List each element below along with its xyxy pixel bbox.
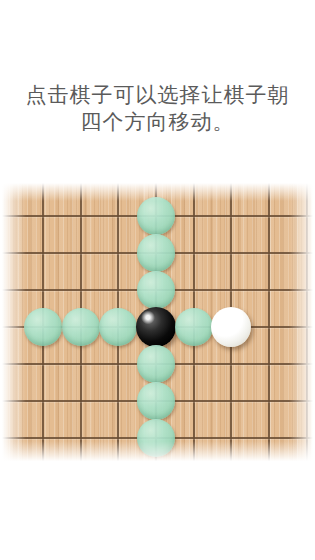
board-fade-left	[0, 183, 26, 463]
tutorial-screen: 点击棋子可以选择让棋子朝 四个方向移动。	[0, 0, 315, 560]
tutorial-instructions: 点击棋子可以选择让棋子朝 四个方向移动。	[0, 81, 315, 135]
move-target-marker[interactable]	[24, 308, 62, 346]
instruction-line-1: 点击棋子可以选择让棋子朝	[26, 83, 290, 106]
grid-vline-6	[268, 183, 270, 463]
move-target-marker[interactable]	[137, 345, 175, 383]
white-stone[interactable]	[211, 307, 251, 347]
move-target-marker[interactable]	[99, 308, 137, 346]
black-stone[interactable]	[136, 307, 176, 347]
grid-vline-7	[306, 183, 308, 463]
board-fade-right	[289, 183, 315, 463]
move-target-marker[interactable]	[62, 308, 100, 346]
move-target-marker[interactable]	[137, 197, 175, 235]
move-target-marker[interactable]	[175, 308, 213, 346]
instruction-line-2: 四个方向移动。	[81, 110, 235, 133]
move-target-marker[interactable]	[137, 382, 175, 420]
move-target-marker[interactable]	[137, 234, 175, 272]
game-board	[0, 183, 315, 463]
move-target-marker[interactable]	[137, 271, 175, 309]
move-target-marker[interactable]	[137, 419, 175, 457]
